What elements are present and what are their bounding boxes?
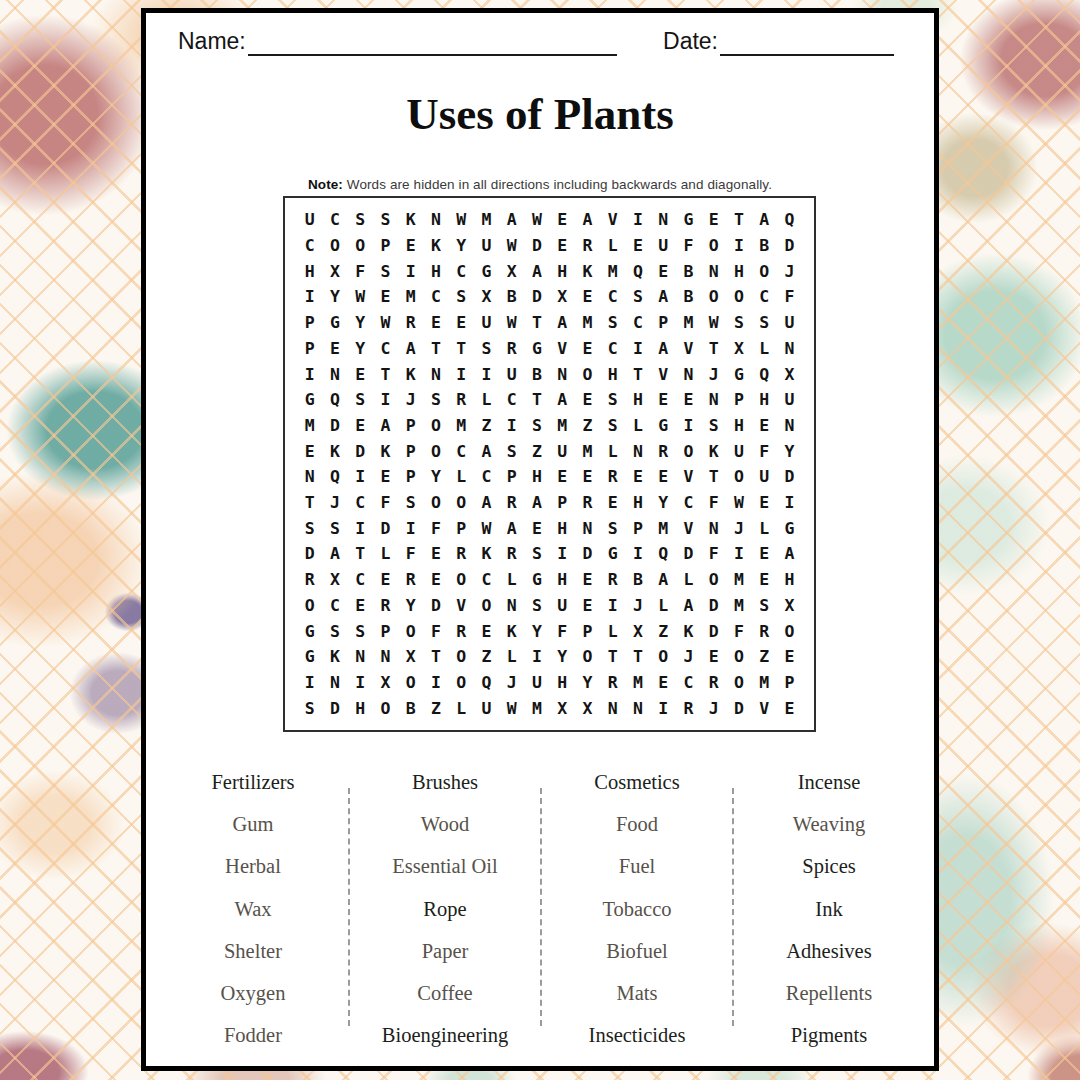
grid-cell-r2c12: R <box>575 233 600 259</box>
grid-cell-r5c18: S <box>726 310 751 336</box>
grid-cell-r2c16: F <box>676 233 701 259</box>
grid-cell-r20c16: R <box>676 695 701 721</box>
grid-cell-r7c6: N <box>423 361 448 387</box>
grid-cell-r20c18: D <box>726 695 751 721</box>
grid-cell-r4c1: I <box>297 284 322 310</box>
grid-cell-r12c14: H <box>625 490 650 516</box>
grid-cell-r4c3: W <box>348 284 373 310</box>
grid-cell-r16c2: C <box>322 593 347 619</box>
grid-cell-r9c7: M <box>449 413 474 439</box>
grid-cell-r18c15: O <box>651 644 676 670</box>
grid-cell-r4c2: Y <box>322 284 347 310</box>
word-oxygen: Oxygen <box>157 972 349 1014</box>
grid-cell-r2c9: W <box>499 233 524 259</box>
grid-cell-r19c7: O <box>449 670 474 696</box>
grid-cell-r13c1: S <box>297 515 322 541</box>
word-paper: Paper <box>349 930 541 972</box>
grid-cell-r7c16: N <box>676 361 701 387</box>
grid-cell-r17c5: O <box>398 618 423 644</box>
word-incense: Incense <box>733 761 925 803</box>
grid-cell-r3c13: M <box>600 258 625 284</box>
grid-cell-r9c2: D <box>322 413 347 439</box>
grid-cell-r12c8: A <box>474 490 499 516</box>
grid-cell-r16c11: U <box>550 593 575 619</box>
grid-cell-r13c6: F <box>423 515 448 541</box>
grid-cell-r16c9: N <box>499 593 524 619</box>
grid-cell-r7c14: T <box>625 361 650 387</box>
worksheet-background: Name: Date: Uses of Plants Note: Words a… <box>0 0 1080 1080</box>
grid-cell-r11c2: Q <box>322 464 347 490</box>
grid-cell-r13c10: E <box>524 515 549 541</box>
grid-cell-r4c14: S <box>625 284 650 310</box>
grid-cell-r1c16: G <box>676 207 701 233</box>
grid-cell-r12c16: C <box>676 490 701 516</box>
grid-cell-r4c12: E <box>575 284 600 310</box>
grid-cell-r5c8: U <box>474 310 499 336</box>
note-text: Words are hidden in all directions inclu… <box>343 177 772 192</box>
grid-cell-r13c12: N <box>575 515 600 541</box>
grid-cell-r2c7: Y <box>449 233 474 259</box>
grid-cell-r2c8: U <box>474 233 499 259</box>
grid-cell-r17c13: L <box>600 618 625 644</box>
grid-cell-r20c7: L <box>449 695 474 721</box>
grid-cell-r3c4: S <box>373 258 398 284</box>
grid-cell-r3c5: I <box>398 258 423 284</box>
grid-cell-r6c1: P <box>297 336 322 362</box>
grid-cell-r8c15: E <box>651 387 676 413</box>
grid-cell-r10c2: K <box>322 438 347 464</box>
grid-cell-r5c17: W <box>701 310 726 336</box>
grid-cell-r8c7: R <box>449 387 474 413</box>
grid-cell-r14c10: S <box>524 541 549 567</box>
grid-cell-r7c8: I <box>474 361 499 387</box>
grid-cell-r3c14: Q <box>625 258 650 284</box>
grid-cell-r20c17: J <box>701 695 726 721</box>
grid-cell-r8c14: H <box>625 387 650 413</box>
grid-cell-r9c11: M <box>550 413 575 439</box>
grid-cell-r13c4: D <box>373 515 398 541</box>
word-essential-oil: Essential Oil <box>349 846 541 888</box>
grid-cell-r1c8: M <box>474 207 499 233</box>
grid-cell-r8c16: E <box>676 387 701 413</box>
grid-cell-r14c13: G <box>600 541 625 567</box>
grid-cell-r9c20: N <box>777 413 802 439</box>
grid-cell-r13c19: L <box>752 515 777 541</box>
grid-cell-r9c17: S <box>701 413 726 439</box>
grid-cell-r1c19: A <box>752 207 777 233</box>
grid-cell-r9c12: Z <box>575 413 600 439</box>
grid-cell-r16c18: M <box>726 593 751 619</box>
grid-cell-r3c20: J <box>777 258 802 284</box>
word-repellents: Repellents <box>733 972 925 1014</box>
grid-cell-r15c20: H <box>777 567 802 593</box>
word-mats: Mats <box>541 972 733 1014</box>
grid-cell-r20c13: N <box>600 695 625 721</box>
grid-cell-r13c20: G <box>777 515 802 541</box>
grid-cell-r20c9: W <box>499 695 524 721</box>
grid-cell-r6c11: V <box>550 336 575 362</box>
grid-cell-r15c6: E <box>423 567 448 593</box>
grid-cell-r19c5: O <box>398 670 423 696</box>
grid-cell-r2c19: B <box>752 233 777 259</box>
word-brushes: Brushes <box>349 761 541 803</box>
grid-cell-r10c19: F <box>752 438 777 464</box>
grid-cell-r6c8: S <box>474 336 499 362</box>
grid-cell-r5c7: E <box>449 310 474 336</box>
grid-cell-r19c10: U <box>524 670 549 696</box>
grid-cell-r1c9: A <box>499 207 524 233</box>
grid-cell-r1c15: N <box>651 207 676 233</box>
grid-cell-r9c15: G <box>651 413 676 439</box>
grid-cell-r15c14: B <box>625 567 650 593</box>
grid-cell-r3c16: B <box>676 258 701 284</box>
grid-cell-r14c5: F <box>398 541 423 567</box>
grid-cell-r15c17: O <box>701 567 726 593</box>
grid-cell-r9c14: L <box>625 413 650 439</box>
grid-cell-r16c10: S <box>524 593 549 619</box>
word-wood: Wood <box>349 803 541 845</box>
grid-cell-r13c14: P <box>625 515 650 541</box>
grid-cell-r11c3: I <box>348 464 373 490</box>
grid-cell-r16c20: X <box>777 593 802 619</box>
grid-cell-r7c19: Q <box>752 361 777 387</box>
grid-cell-r20c11: X <box>550 695 575 721</box>
grid-cell-r18c1: G <box>297 644 322 670</box>
grid-cell-r6c3: Y <box>348 336 373 362</box>
grid-cell-r9c16: I <box>676 413 701 439</box>
grid-cell-r11c18: O <box>726 464 751 490</box>
grid-cell-r15c19: E <box>752 567 777 593</box>
word-cosmetics: Cosmetics <box>541 761 733 803</box>
grid-cell-r7c9: U <box>499 361 524 387</box>
grid-cell-r13c15: M <box>651 515 676 541</box>
grid-cell-r18c7: O <box>449 644 474 670</box>
grid-cell-r18c19: Z <box>752 644 777 670</box>
grid-cell-r14c1: D <box>297 541 322 567</box>
grid-cell-r10c14: N <box>625 438 650 464</box>
grid-cell-r5c6: E <box>423 310 448 336</box>
grid-cell-r2c11: E <box>550 233 575 259</box>
grid-cell-r18c2: K <box>322 644 347 670</box>
grid-cell-r12c10: A <box>524 490 549 516</box>
grid-cell-r20c14: N <box>625 695 650 721</box>
word-ink: Ink <box>733 888 925 930</box>
grid-cell-r9c9: I <box>499 413 524 439</box>
grid-cell-r18c4: N <box>373 644 398 670</box>
grid-cell-r16c7: V <box>449 593 474 619</box>
grid-cell-r1c1: U <box>297 207 322 233</box>
grid-cell-r12c1: T <box>297 490 322 516</box>
grid-cell-r14c19: E <box>752 541 777 567</box>
grid-cell-r4c18: O <box>726 284 751 310</box>
grid-cell-r19c3: I <box>348 670 373 696</box>
grid-cell-r10c10: Z <box>524 438 549 464</box>
grid-cell-r12c18: W <box>726 490 751 516</box>
grid-cell-r3c1: H <box>297 258 322 284</box>
grid-cell-r16c15: L <box>651 593 676 619</box>
grid-cell-r3c9: X <box>499 258 524 284</box>
grid-cell-r16c5: Y <box>398 593 423 619</box>
grid-cell-r11c17: T <box>701 464 726 490</box>
grid-cell-r7c17: J <box>701 361 726 387</box>
grid-cell-r11c8: C <box>474 464 499 490</box>
grid-cell-r16c12: E <box>575 593 600 619</box>
grid-cell-r13c2: S <box>322 515 347 541</box>
grid-cell-r12c5: S <box>398 490 423 516</box>
word-column-4: IncenseWeavingSpicesInkAdhesivesRepellen… <box>733 761 925 1057</box>
grid-cell-r4c13: C <box>600 284 625 310</box>
grid-cell-r10c7: C <box>449 438 474 464</box>
grid-cell-r17c6: F <box>423 618 448 644</box>
word-fodder: Fodder <box>157 1015 349 1057</box>
grid-cell-r5c3: Y <box>348 310 373 336</box>
grid-cell-r7c3: E <box>348 361 373 387</box>
grid-cell-r19c11: H <box>550 670 575 696</box>
grid-cell-r11c20: D <box>777 464 802 490</box>
grid-cell-r11c7: L <box>449 464 474 490</box>
word-coffee: Coffee <box>349 972 541 1014</box>
grid-cell-r18c17: E <box>701 644 726 670</box>
grid-cell-r6c14: I <box>625 336 650 362</box>
grid-cell-r13c3: I <box>348 515 373 541</box>
grid-cell-r20c6: Z <box>423 695 448 721</box>
grid-cell-r12c13: E <box>600 490 625 516</box>
grid-cell-r17c2: S <box>322 618 347 644</box>
grid-cell-r10c18: U <box>726 438 751 464</box>
grid-cell-r16c17: D <box>701 593 726 619</box>
grid-cell-r2c6: K <box>423 233 448 259</box>
name-date-row: Name: Date: <box>178 27 894 56</box>
grid-cell-r20c1: S <box>297 695 322 721</box>
grid-cell-r9c5: P <box>398 413 423 439</box>
worksheet-page: Name: Date: Uses of Plants Note: Words a… <box>141 8 939 1071</box>
grid-cell-r15c1: R <box>297 567 322 593</box>
grid-cell-r3c2: X <box>322 258 347 284</box>
grid-cell-r11c4: E <box>373 464 398 490</box>
grid-cell-r5c16: M <box>676 310 701 336</box>
grid-cell-r12c19: E <box>752 490 777 516</box>
grid-cell-r18c5: X <box>398 644 423 670</box>
grid-cell-r8c12: E <box>575 387 600 413</box>
grid-cell-r1c10: W <box>524 207 549 233</box>
grid-cell-r17c18: F <box>726 618 751 644</box>
grid-cell-r5c11: A <box>550 310 575 336</box>
grid-cell-r10c9: S <box>499 438 524 464</box>
word-spices: Spices <box>733 846 925 888</box>
grid-cell-r19c20: P <box>777 670 802 696</box>
grid-cell-r1c17: E <box>701 207 726 233</box>
grid-cell-r15c11: H <box>550 567 575 593</box>
grid-cell-r1c11: E <box>550 207 575 233</box>
grid-cell-r7c7: I <box>449 361 474 387</box>
word-shelter: Shelter <box>157 930 349 972</box>
grid-cell-r8c2: Q <box>322 387 347 413</box>
word-bioengineering: Bioengineering <box>349 1015 541 1057</box>
grid-cell-r11c14: E <box>625 464 650 490</box>
grid-cell-r15c8: C <box>474 567 499 593</box>
grid-cell-r2c13: L <box>600 233 625 259</box>
date-blank-line <box>720 28 894 56</box>
grid-cell-r12c17: F <box>701 490 726 516</box>
grid-cell-r11c9: P <box>499 464 524 490</box>
grid-cell-r18c14: T <box>625 644 650 670</box>
grid-cell-r16c19: S <box>752 593 777 619</box>
grid-cell-r13c18: J <box>726 515 751 541</box>
word-column-3: CosmeticsFoodFuelTobaccoBiofuelMatsInsec… <box>541 761 733 1057</box>
grid-cell-r6c2: E <box>322 336 347 362</box>
grid-cell-r12c3: C <box>348 490 373 516</box>
grid-cell-r6c5: A <box>398 336 423 362</box>
grid-cell-r14c11: I <box>550 541 575 567</box>
grid-cell-r2c14: E <box>625 233 650 259</box>
grid-cell-r5c15: P <box>651 310 676 336</box>
grid-cell-r1c13: V <box>600 207 625 233</box>
grid-cell-r1c20: Q <box>777 207 802 233</box>
grid-cell-r17c4: P <box>373 618 398 644</box>
grid-cell-r14c18: I <box>726 541 751 567</box>
grid-cell-r7c4: T <box>373 361 398 387</box>
grid-cell-r12c20: I <box>777 490 802 516</box>
grid-cell-r16c4: R <box>373 593 398 619</box>
grid-cell-r2c18: I <box>726 233 751 259</box>
grid-cell-r5c13: S <box>600 310 625 336</box>
grid-cell-r14c3: T <box>348 541 373 567</box>
grid-cell-r7c2: N <box>322 361 347 387</box>
word-insecticides: Insecticides <box>541 1015 733 1057</box>
grid-cell-r15c16: L <box>676 567 701 593</box>
grid-cell-r11c10: H <box>524 464 549 490</box>
grid-cell-r12c7: O <box>449 490 474 516</box>
grid-cell-r9c6: O <box>423 413 448 439</box>
grid-cell-r6c12: E <box>575 336 600 362</box>
grid-cell-r18c11: Y <box>550 644 575 670</box>
grid-cell-r8c4: I <box>373 387 398 413</box>
grid-cell-r18c20: E <box>777 644 802 670</box>
grid-cell-r15c18: M <box>726 567 751 593</box>
grid-cell-r3c10: A <box>524 258 549 284</box>
grid-cell-r19c9: J <box>499 670 524 696</box>
grid-cell-r6c16: V <box>676 336 701 362</box>
grid-cell-r15c5: R <box>398 567 423 593</box>
grid-cell-r13c7: P <box>449 515 474 541</box>
grid-cell-r19c6: I <box>423 670 448 696</box>
grid-cell-r17c15: Z <box>651 618 676 644</box>
grid-cell-r8c13: S <box>600 387 625 413</box>
grid-cell-r8c17: N <box>701 387 726 413</box>
grid-cell-r3c7: C <box>449 258 474 284</box>
grid-cell-r15c10: G <box>524 567 549 593</box>
grid-cell-r14c17: F <box>701 541 726 567</box>
grid-cell-r20c8: U <box>474 695 499 721</box>
grid-cell-r20c19: V <box>752 695 777 721</box>
grid-cell-r10c3: D <box>348 438 373 464</box>
grid-cell-r13c13: S <box>600 515 625 541</box>
grid-cell-r9c1: M <box>297 413 322 439</box>
grid-cell-r19c19: M <box>752 670 777 696</box>
grid-cell-r6c10: G <box>524 336 549 362</box>
page-title: Uses of Plants <box>146 88 934 140</box>
grid-cell-r12c6: O <box>423 490 448 516</box>
grid-cell-r14c15: Q <box>651 541 676 567</box>
grid-cell-r1c14: I <box>625 207 650 233</box>
grid-cell-r5c10: T <box>524 310 549 336</box>
grid-cell-r17c19: R <box>752 618 777 644</box>
grid-cell-r18c16: J <box>676 644 701 670</box>
grid-cell-r6c17: T <box>701 336 726 362</box>
grid-cell-r19c18: O <box>726 670 751 696</box>
grid-cell-r19c17: R <box>701 670 726 696</box>
grid-cell-r2c20: D <box>777 233 802 259</box>
grid-cell-r3c11: H <box>550 258 575 284</box>
grid-cell-r17c3: S <box>348 618 373 644</box>
grid-cell-r6c18: X <box>726 336 751 362</box>
grid-cell-r9c4: A <box>373 413 398 439</box>
grid-cell-r1c6: N <box>423 207 448 233</box>
grid-cell-r8c9: C <box>499 387 524 413</box>
grid-cell-r12c15: Y <box>651 490 676 516</box>
instructions-note: Note: Words are hidden in all directions… <box>146 177 934 193</box>
grid-cell-r18c8: Z <box>474 644 499 670</box>
grid-cell-r18c13: T <box>600 644 625 670</box>
grid-cell-r5c1: P <box>297 310 322 336</box>
grid-cell-r5c5: R <box>398 310 423 336</box>
letter-grid: UCSSKNWMAWEAVINGETAQCOOPEKYUWDERLEUFOIBD… <box>283 196 816 732</box>
grid-cell-r7c10: B <box>524 361 549 387</box>
word-list: FertilizersGumHerbalWaxShelterOxygenFodd… <box>157 761 925 1057</box>
grid-cell-r7c12: O <box>575 361 600 387</box>
grid-cell-r17c17: D <box>701 618 726 644</box>
grid-cell-r6c20: N <box>777 336 802 362</box>
grid-cell-r1c18: T <box>726 207 751 233</box>
grid-cell-r17c10: Y <box>524 618 549 644</box>
grid-cell-r17c9: K <box>499 618 524 644</box>
grid-cell-r10c20: Y <box>777 438 802 464</box>
grid-cell-r19c1: I <box>297 670 322 696</box>
grid-cell-r14c8: K <box>474 541 499 567</box>
grid-cell-r16c8: O <box>474 593 499 619</box>
grid-cell-r11c12: E <box>575 464 600 490</box>
grid-cell-r15c4: E <box>373 567 398 593</box>
word-adhesives: Adhesives <box>733 930 925 972</box>
grid-cell-r10c15: R <box>651 438 676 464</box>
word-herbal: Herbal <box>157 846 349 888</box>
grid-cell-r19c15: E <box>651 670 676 696</box>
grid-cell-r8c6: S <box>423 387 448 413</box>
word-fertilizers: Fertilizers <box>157 761 349 803</box>
note-label: Note: <box>308 177 343 192</box>
grid-cell-r4c15: A <box>651 284 676 310</box>
grid-cell-r3c19: O <box>752 258 777 284</box>
grid-cell-r3c8: G <box>474 258 499 284</box>
grid-cell-r9c13: S <box>600 413 625 439</box>
grid-cell-r4c8: X <box>474 284 499 310</box>
grid-cell-r20c10: M <box>524 695 549 721</box>
grid-cell-r17c12: P <box>575 618 600 644</box>
grid-cell-r1c7: W <box>449 207 474 233</box>
grid-cell-r7c11: N <box>550 361 575 387</box>
word-rope: Rope <box>349 888 541 930</box>
grid-cell-r4c19: C <box>752 284 777 310</box>
grid-cell-r3c6: H <box>423 258 448 284</box>
grid-cell-r11c6: Y <box>423 464 448 490</box>
grid-cell-r17c14: X <box>625 618 650 644</box>
grid-cell-r11c11: E <box>550 464 575 490</box>
grid-cell-r3c18: H <box>726 258 751 284</box>
grid-cell-r17c7: R <box>449 618 474 644</box>
grid-cell-r9c18: H <box>726 413 751 439</box>
grid-cell-r4c9: B <box>499 284 524 310</box>
grid-cell-r19c14: M <box>625 670 650 696</box>
